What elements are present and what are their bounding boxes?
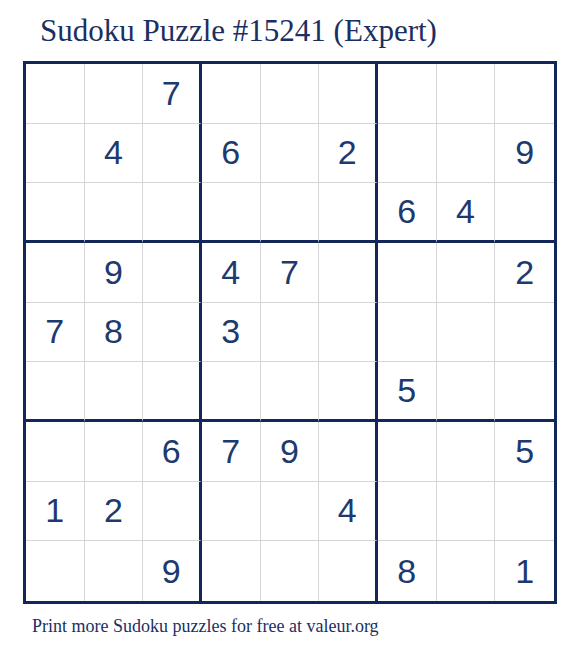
cell-r4c7[interactable] xyxy=(378,243,437,303)
cell-r8c3[interactable] xyxy=(143,482,202,542)
cell-r6c9[interactable] xyxy=(495,362,554,422)
cell-r6c7[interactable]: 5 xyxy=(378,362,437,422)
cell-r5c3[interactable] xyxy=(143,303,202,363)
cell-r9c2[interactable] xyxy=(85,541,144,601)
cell-r3c4[interactable] xyxy=(202,183,261,243)
cell-r8c8[interactable] xyxy=(437,482,496,542)
sudoku-grid: 7462964947278356795124981 xyxy=(23,61,557,604)
cell-r4c4[interactable]: 4 xyxy=(202,243,261,303)
cell-r2c8[interactable] xyxy=(437,124,496,184)
cell-r9c8[interactable] xyxy=(437,541,496,601)
cell-r3c2[interactable] xyxy=(85,183,144,243)
cell-r1c4[interactable] xyxy=(202,64,261,124)
cell-r7c2[interactable] xyxy=(85,422,144,482)
cell-r7c6[interactable] xyxy=(319,422,378,482)
cell-r9c3[interactable]: 9 xyxy=(143,541,202,601)
cell-r9c1[interactable] xyxy=(26,541,85,601)
cell-r5c1[interactable]: 7 xyxy=(26,303,85,363)
cell-r4c3[interactable] xyxy=(143,243,202,303)
cell-r2c1[interactable] xyxy=(26,124,85,184)
cell-r5c2[interactable]: 8 xyxy=(85,303,144,363)
cell-r4c2[interactable]: 9 xyxy=(85,243,144,303)
cell-r7c1[interactable] xyxy=(26,422,85,482)
cell-r7c7[interactable] xyxy=(378,422,437,482)
cell-r3c8[interactable]: 4 xyxy=(437,183,496,243)
cell-r5c5[interactable] xyxy=(261,303,320,363)
cell-r8c7[interactable] xyxy=(378,482,437,542)
cell-r1c2[interactable] xyxy=(85,64,144,124)
cell-r8c9[interactable] xyxy=(495,482,554,542)
cell-r2c4[interactable]: 6 xyxy=(202,124,261,184)
cell-r6c5[interactable] xyxy=(261,362,320,422)
cell-r6c6[interactable] xyxy=(319,362,378,422)
cell-r3c3[interactable] xyxy=(143,183,202,243)
cell-r4c6[interactable] xyxy=(319,243,378,303)
page-title: Sudoku Puzzle #15241 (Expert) xyxy=(40,13,437,49)
cell-r2c7[interactable] xyxy=(378,124,437,184)
footer-text: Print more Sudoku puzzles for free at va… xyxy=(32,616,379,637)
cell-r6c1[interactable] xyxy=(26,362,85,422)
cell-r4c1[interactable] xyxy=(26,243,85,303)
cell-r6c2[interactable] xyxy=(85,362,144,422)
cell-r9c5[interactable] xyxy=(261,541,320,601)
cell-r2c5[interactable] xyxy=(261,124,320,184)
cell-r7c4[interactable]: 7 xyxy=(202,422,261,482)
cell-r2c3[interactable] xyxy=(143,124,202,184)
cell-r4c5[interactable]: 7 xyxy=(261,243,320,303)
cell-r7c8[interactable] xyxy=(437,422,496,482)
cell-r3c7[interactable]: 6 xyxy=(378,183,437,243)
cell-r9c9[interactable]: 1 xyxy=(495,541,554,601)
cell-r6c4[interactable] xyxy=(202,362,261,422)
cell-r1c5[interactable] xyxy=(261,64,320,124)
cell-r4c9[interactable]: 2 xyxy=(495,243,554,303)
cell-r7c3[interactable]: 6 xyxy=(143,422,202,482)
cell-r3c6[interactable] xyxy=(319,183,378,243)
cell-r8c1[interactable]: 1 xyxy=(26,482,85,542)
cell-r8c5[interactable] xyxy=(261,482,320,542)
cell-r8c4[interactable] xyxy=(202,482,261,542)
cell-r9c7[interactable]: 8 xyxy=(378,541,437,601)
cell-r9c4[interactable] xyxy=(202,541,261,601)
cell-r1c7[interactable] xyxy=(378,64,437,124)
cell-r2c2[interactable]: 4 xyxy=(85,124,144,184)
cell-r7c5[interactable]: 9 xyxy=(261,422,320,482)
cell-r8c6[interactable]: 4 xyxy=(319,482,378,542)
cell-r5c6[interactable] xyxy=(319,303,378,363)
cell-r2c6[interactable]: 2 xyxy=(319,124,378,184)
cell-r1c8[interactable] xyxy=(437,64,496,124)
cell-r3c5[interactable] xyxy=(261,183,320,243)
cell-r5c8[interactable] xyxy=(437,303,496,363)
cell-r4c8[interactable] xyxy=(437,243,496,303)
cell-r1c9[interactable] xyxy=(495,64,554,124)
cell-r5c9[interactable] xyxy=(495,303,554,363)
cell-r5c4[interactable]: 3 xyxy=(202,303,261,363)
cell-r7c9[interactable]: 5 xyxy=(495,422,554,482)
cell-r8c2[interactable]: 2 xyxy=(85,482,144,542)
sudoku-page: Sudoku Puzzle #15241 (Expert) 7462964947… xyxy=(0,0,580,651)
cell-r3c9[interactable] xyxy=(495,183,554,243)
cell-r1c6[interactable] xyxy=(319,64,378,124)
cell-r9c6[interactable] xyxy=(319,541,378,601)
cell-r6c3[interactable] xyxy=(143,362,202,422)
cell-r1c3[interactable]: 7 xyxy=(143,64,202,124)
cell-r3c1[interactable] xyxy=(26,183,85,243)
cell-r1c1[interactable] xyxy=(26,64,85,124)
cell-r6c8[interactable] xyxy=(437,362,496,422)
cell-r2c9[interactable]: 9 xyxy=(495,124,554,184)
cell-r5c7[interactable] xyxy=(378,303,437,363)
